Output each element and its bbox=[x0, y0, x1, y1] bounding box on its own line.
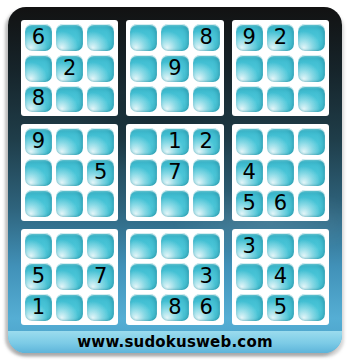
cell-r7c9[interactable] bbox=[298, 233, 325, 260]
cell-r7c3[interactable] bbox=[87, 233, 114, 260]
cell-r3c5[interactable] bbox=[161, 86, 188, 113]
cell-r2c4[interactable] bbox=[130, 55, 157, 82]
cell-r8c5[interactable] bbox=[161, 263, 188, 290]
cell-r8c7[interactable] bbox=[236, 263, 263, 290]
cell-r5c7[interactable]: 4 bbox=[236, 159, 263, 186]
footer-band: www.sudokusweb.com bbox=[8, 331, 342, 353]
cell-r6c7[interactable]: 5 bbox=[236, 190, 263, 217]
cell-r5c6[interactable] bbox=[193, 159, 220, 186]
cell-r4c3[interactable] bbox=[87, 128, 114, 155]
cell-r6c5[interactable] bbox=[161, 190, 188, 217]
cell-r9c1[interactable]: 1 bbox=[25, 294, 52, 321]
cell-r1c3[interactable] bbox=[87, 24, 114, 51]
cell-r8c3[interactable]: 7 bbox=[87, 263, 114, 290]
cell-r1c4[interactable] bbox=[130, 24, 157, 51]
cell-r1c5[interactable] bbox=[161, 24, 188, 51]
sudoku-box-6: 456 bbox=[232, 124, 329, 220]
cell-r3c1[interactable]: 8 bbox=[25, 86, 52, 113]
sudoku-widget: 628899295127456571386345 www.sudokusweb.… bbox=[8, 7, 342, 353]
cell-r6c4[interactable] bbox=[130, 190, 157, 217]
cell-r4c8[interactable] bbox=[267, 128, 294, 155]
sudoku-box-1: 628 bbox=[21, 20, 118, 116]
cell-r8c8[interactable]: 4 bbox=[267, 263, 294, 290]
cell-r5c2[interactable] bbox=[56, 159, 83, 186]
cell-r1c2[interactable] bbox=[56, 24, 83, 51]
cell-r7c8[interactable] bbox=[267, 233, 294, 260]
sudoku-box-3: 92 bbox=[232, 20, 329, 116]
cell-r2c8[interactable] bbox=[267, 55, 294, 82]
cell-r8c1[interactable]: 5 bbox=[25, 263, 52, 290]
cell-r8c2[interactable] bbox=[56, 263, 83, 290]
cell-r3c7[interactable] bbox=[236, 86, 263, 113]
cell-r2c3[interactable] bbox=[87, 55, 114, 82]
cell-r1c7[interactable]: 9 bbox=[236, 24, 263, 51]
cell-r9c8[interactable]: 5 bbox=[267, 294, 294, 321]
cell-r3c4[interactable] bbox=[130, 86, 157, 113]
cell-r2c7[interactable] bbox=[236, 55, 263, 82]
cell-r2c1[interactable] bbox=[25, 55, 52, 82]
cell-r9c3[interactable] bbox=[87, 294, 114, 321]
cell-r3c2[interactable] bbox=[56, 86, 83, 113]
cell-r7c1[interactable] bbox=[25, 233, 52, 260]
cell-r6c2[interactable] bbox=[56, 190, 83, 217]
sudoku-box-8: 386 bbox=[126, 229, 223, 325]
cell-r6c3[interactable] bbox=[87, 190, 114, 217]
cell-r4c4[interactable] bbox=[130, 128, 157, 155]
cell-r1c9[interactable] bbox=[298, 24, 325, 51]
cell-r6c9[interactable] bbox=[298, 190, 325, 217]
cell-r8c6[interactable]: 3 bbox=[193, 263, 220, 290]
cell-r8c4[interactable] bbox=[130, 263, 157, 290]
cell-r5c3[interactable]: 5 bbox=[87, 159, 114, 186]
cell-r7c4[interactable] bbox=[130, 233, 157, 260]
sudoku-box-2: 89 bbox=[126, 20, 223, 116]
sudoku-box-4: 95 bbox=[21, 124, 118, 220]
cell-r5c8[interactable] bbox=[267, 159, 294, 186]
cell-r1c8[interactable]: 2 bbox=[267, 24, 294, 51]
cell-r4c2[interactable] bbox=[56, 128, 83, 155]
cell-r5c5[interactable]: 7 bbox=[161, 159, 188, 186]
cell-r2c6[interactable] bbox=[193, 55, 220, 82]
cell-r5c4[interactable] bbox=[130, 159, 157, 186]
cell-r7c5[interactable] bbox=[161, 233, 188, 260]
cell-r5c1[interactable] bbox=[25, 159, 52, 186]
cell-r9c6[interactable]: 6 bbox=[193, 294, 220, 321]
cell-r3c8[interactable] bbox=[267, 86, 294, 113]
sudoku-box-9: 345 bbox=[232, 229, 329, 325]
cell-r8c9[interactable] bbox=[298, 263, 325, 290]
cell-r4c5[interactable]: 1 bbox=[161, 128, 188, 155]
cell-r2c5[interactable]: 9 bbox=[161, 55, 188, 82]
cell-r9c7[interactable] bbox=[236, 294, 263, 321]
cell-r6c1[interactable] bbox=[25, 190, 52, 217]
cell-r3c3[interactable] bbox=[87, 86, 114, 113]
cell-r1c1[interactable]: 6 bbox=[25, 24, 52, 51]
cell-r3c9[interactable] bbox=[298, 86, 325, 113]
sudoku-box-7: 571 bbox=[21, 229, 118, 325]
cell-r4c1[interactable]: 9 bbox=[25, 128, 52, 155]
cell-r9c9[interactable] bbox=[298, 294, 325, 321]
cell-r3c6[interactable] bbox=[193, 86, 220, 113]
cell-r1c6[interactable]: 8 bbox=[193, 24, 220, 51]
cell-r9c4[interactable] bbox=[130, 294, 157, 321]
sudoku-box-5: 127 bbox=[126, 124, 223, 220]
cell-r9c2[interactable] bbox=[56, 294, 83, 321]
cell-r4c6[interactable]: 2 bbox=[193, 128, 220, 155]
cell-r2c2[interactable]: 2 bbox=[56, 55, 83, 82]
cell-r4c9[interactable] bbox=[298, 128, 325, 155]
cell-r7c7[interactable]: 3 bbox=[236, 233, 263, 260]
website-url[interactable]: www.sudokusweb.com bbox=[77, 333, 272, 351]
sudoku-board: 628899295127456571386345 bbox=[21, 20, 329, 325]
cell-r5c9[interactable] bbox=[298, 159, 325, 186]
cell-r4c7[interactable] bbox=[236, 128, 263, 155]
cell-r7c6[interactable] bbox=[193, 233, 220, 260]
cell-r7c2[interactable] bbox=[56, 233, 83, 260]
cell-r6c6[interactable] bbox=[193, 190, 220, 217]
cell-r6c8[interactable]: 6 bbox=[267, 190, 294, 217]
cell-r2c9[interactable] bbox=[298, 55, 325, 82]
cell-r9c5[interactable]: 8 bbox=[161, 294, 188, 321]
